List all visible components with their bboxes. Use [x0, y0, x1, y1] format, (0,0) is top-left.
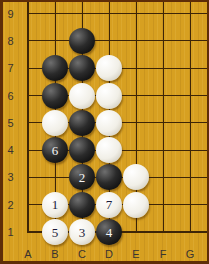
go-diagram: ABCDEFG9876543216241735 — [0, 0, 209, 264]
stone-white-E3[interactable] — [123, 164, 149, 190]
grid-line-row-8 — [27, 40, 207, 41]
col-label-C: C — [73, 248, 91, 260]
row-label-9: 9 — [2, 8, 19, 20]
row-label-8: 8 — [2, 35, 19, 47]
row-label-5: 5 — [2, 117, 19, 129]
col-label-B: B — [46, 248, 64, 260]
row-label-1: 1 — [2, 226, 19, 238]
stone-black-D3[interactable] — [96, 164, 122, 190]
grid-line-col-G — [190, 2, 191, 233]
row-label-7: 7 — [2, 62, 19, 74]
go-board-surface[interactable]: ABCDEFG9876543216241735 — [0, 0, 209, 264]
stone-black-B6[interactable] — [42, 83, 68, 109]
stone-black-C7[interactable] — [69, 55, 95, 81]
grid-line-col-A — [27, 2, 29, 233]
stone-white-D7[interactable] — [96, 55, 122, 81]
stone-black-C4[interactable] — [69, 137, 95, 163]
stone-white-B2[interactable]: 1 — [42, 192, 68, 218]
stone-white-C6[interactable] — [69, 83, 95, 109]
col-label-A: A — [19, 248, 37, 260]
row-label-3: 3 — [2, 171, 19, 183]
row-label-6: 6 — [2, 90, 19, 102]
stone-white-D2[interactable]: 7 — [96, 192, 122, 218]
stone-black-D1[interactable]: 4 — [96, 219, 122, 245]
stone-black-C8[interactable] — [69, 28, 95, 54]
col-label-F: F — [154, 248, 172, 260]
stone-black-C2[interactable] — [69, 192, 95, 218]
col-label-D: D — [100, 248, 118, 260]
col-label-E: E — [127, 248, 145, 260]
stone-white-D5[interactable] — [96, 110, 122, 136]
grid-line-row-9 — [27, 13, 207, 14]
row-label-4: 4 — [2, 144, 19, 156]
col-label-G: G — [181, 248, 199, 260]
stone-white-B1[interactable]: 5 — [42, 219, 68, 245]
stone-white-E2[interactable] — [123, 192, 149, 218]
stone-black-C3[interactable]: 2 — [69, 164, 95, 190]
stone-black-B7[interactable] — [42, 55, 68, 81]
row-label-2: 2 — [2, 199, 19, 211]
stone-white-C1[interactable]: 3 — [69, 219, 95, 245]
stone-white-D6[interactable] — [96, 83, 122, 109]
stone-black-C5[interactable] — [69, 110, 95, 136]
stone-black-B4[interactable]: 6 — [42, 137, 68, 163]
stone-white-D4[interactable] — [96, 137, 122, 163]
grid-line-col-F — [163, 2, 164, 233]
stone-white-B5[interactable] — [42, 110, 68, 136]
